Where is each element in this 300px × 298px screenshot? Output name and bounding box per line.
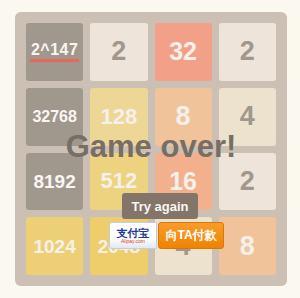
ad-banner: 支付宝 Alipay.com 向TA付款: [109, 222, 224, 249]
try-again-button[interactable]: Try again: [122, 193, 198, 219]
alipay-domain-text: Alipay.com: [121, 239, 145, 244]
page: 2^1472322327681288481925121621024204848 …: [0, 0, 300, 298]
alipay-pay-button[interactable]: 向TA付款: [158, 222, 224, 249]
game-board: 2^1472322327681288481925121621024204848 …: [15, 12, 287, 286]
game-over-message: Game over!: [15, 129, 287, 165]
alipay-logo-button[interactable]: 支付宝 Alipay.com: [109, 222, 157, 249]
